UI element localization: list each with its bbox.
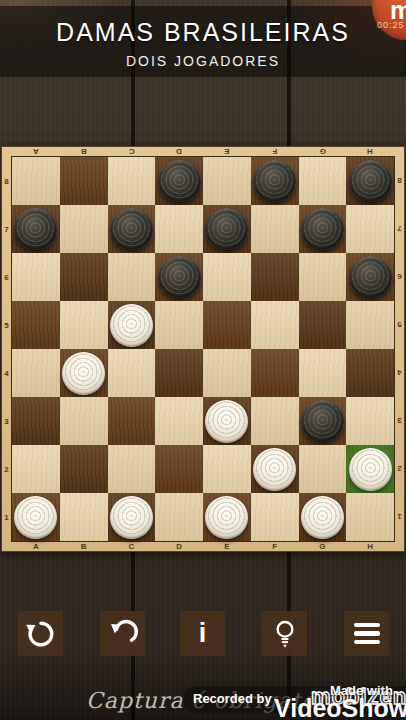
rank-label-3: 3 — [395, 397, 404, 445]
square-B6[interactable] — [60, 253, 108, 301]
square-D6[interactable] — [155, 253, 203, 301]
white-piece-B4[interactable] — [62, 352, 105, 395]
rank-label-5: 5 — [395, 301, 404, 349]
square-C2[interactable] — [108, 445, 156, 493]
file-label-H: H — [346, 147, 394, 156]
black-piece-G3[interactable] — [301, 400, 344, 443]
rank-label-8: 8 — [395, 157, 404, 205]
square-A6[interactable] — [12, 253, 60, 301]
rank-label-7: 7 — [2, 205, 11, 253]
square-H2[interactable] — [346, 445, 394, 493]
file-label-F: F — [251, 147, 299, 156]
square-H7[interactable] — [346, 205, 394, 253]
square-E1[interactable] — [203, 493, 251, 541]
square-D5[interactable] — [155, 301, 203, 349]
undo-icon — [106, 617, 140, 651]
black-piece-G7[interactable] — [301, 208, 344, 251]
square-D3[interactable] — [155, 397, 203, 445]
square-F6[interactable] — [251, 253, 299, 301]
file-label-D: D — [155, 542, 203, 551]
square-C7[interactable] — [108, 205, 156, 253]
square-B3[interactable] — [60, 397, 108, 445]
square-E4[interactable] — [203, 349, 251, 397]
info-icon: i — [199, 620, 207, 647]
file-label-E: E — [203, 542, 251, 551]
square-G8[interactable] — [299, 157, 347, 205]
black-piece-F8[interactable] — [253, 160, 296, 203]
rank-label-6: 6 — [2, 253, 11, 301]
header-bar: DAMAS BRASILEIRAS DOIS JOGADORES — [0, 6, 406, 77]
recorded-by-watermark: Recorded by — [193, 691, 272, 706]
rank-labels-left: 87654321 — [2, 157, 11, 541]
page-title: DAMAS BRASILEIRAS — [0, 18, 406, 47]
app-screen: DAMAS BRASILEIRAS DOIS JOGADORES m 00:25… — [0, 0, 406, 720]
black-piece-H8[interactable] — [349, 160, 392, 203]
recording-timer: 00:25 — [377, 20, 405, 30]
rank-labels-right: 87654321 — [395, 157, 404, 541]
square-E8[interactable] — [203, 157, 251, 205]
square-D4[interactable] — [155, 349, 203, 397]
square-H1[interactable] — [346, 493, 394, 541]
square-C6[interactable] — [108, 253, 156, 301]
square-C3[interactable] — [108, 397, 156, 445]
restart-icon — [24, 617, 58, 651]
square-H3[interactable] — [346, 397, 394, 445]
square-B2[interactable] — [60, 445, 108, 493]
square-F3[interactable] — [251, 397, 299, 445]
file-label-B: B — [60, 147, 108, 156]
white-piece-E1[interactable] — [205, 496, 248, 539]
square-A1[interactable] — [12, 493, 60, 541]
square-C4[interactable] — [108, 349, 156, 397]
square-A2[interactable] — [12, 445, 60, 493]
square-G4[interactable] — [299, 349, 347, 397]
square-E6[interactable] — [203, 253, 251, 301]
file-label-H: H — [346, 542, 394, 551]
rank-label-1: 1 — [2, 493, 11, 541]
black-piece-H6[interactable] — [349, 256, 392, 299]
square-D2[interactable] — [155, 445, 203, 493]
square-B4[interactable] — [60, 349, 108, 397]
square-F7[interactable] — [251, 205, 299, 253]
square-F1[interactable] — [251, 493, 299, 541]
black-piece-A7[interactable] — [14, 208, 57, 251]
square-D7[interactable] — [155, 205, 203, 253]
board-grid — [11, 156, 395, 542]
black-piece-C7[interactable] — [110, 208, 153, 251]
rank-label-4: 4 — [395, 349, 404, 397]
white-piece-G1[interactable] — [301, 496, 344, 539]
square-B1[interactable] — [60, 493, 108, 541]
square-G7[interactable] — [299, 205, 347, 253]
square-G2[interactable] — [299, 445, 347, 493]
square-G1[interactable] — [299, 493, 347, 541]
file-label-A: A — [12, 542, 60, 551]
white-piece-E3[interactable] — [205, 400, 248, 443]
rank-label-7: 7 — [395, 205, 404, 253]
white-piece-H2[interactable] — [349, 448, 392, 491]
file-label-G: G — [299, 542, 347, 551]
square-G6[interactable] — [299, 253, 347, 301]
square-F5[interactable] — [251, 301, 299, 349]
square-D1[interactable] — [155, 493, 203, 541]
page-subtitle: DOIS JOGADORES — [0, 53, 406, 69]
videoshow-watermark: VideoShow — [274, 694, 406, 720]
black-piece-D6[interactable] — [158, 256, 201, 299]
file-label-F: F — [251, 542, 299, 551]
hint-bulb-icon — [268, 617, 302, 651]
square-C1[interactable] — [108, 493, 156, 541]
square-A5[interactable] — [12, 301, 60, 349]
file-label-C: C — [108, 542, 156, 551]
square-E5[interactable] — [203, 301, 251, 349]
square-E3[interactable] — [203, 397, 251, 445]
file-label-B: B — [60, 542, 108, 551]
square-B8[interactable] — [60, 157, 108, 205]
square-A3[interactable] — [12, 397, 60, 445]
square-A7[interactable] — [12, 205, 60, 253]
square-F2[interactable] — [251, 445, 299, 493]
rank-label-6: 6 — [395, 253, 404, 301]
file-labels-top: ABCDEFGH — [12, 147, 394, 156]
white-piece-C5[interactable] — [110, 304, 153, 347]
square-D8[interactable] — [155, 157, 203, 205]
square-F8[interactable] — [251, 157, 299, 205]
white-piece-A1[interactable] — [14, 496, 57, 539]
rank-label-4: 4 — [2, 349, 11, 397]
square-B7[interactable] — [60, 205, 108, 253]
rank-label-2: 2 — [2, 445, 11, 493]
file-label-D: D — [155, 147, 203, 156]
rank-label-8: 8 — [2, 157, 11, 205]
square-H6[interactable] — [346, 253, 394, 301]
file-label-C: C — [108, 147, 156, 156]
square-H8[interactable] — [346, 157, 394, 205]
square-A4[interactable] — [12, 349, 60, 397]
white-piece-C1[interactable] — [110, 496, 153, 539]
black-piece-D8[interactable] — [158, 160, 201, 203]
black-piece-E7[interactable] — [205, 208, 248, 251]
file-label-A: A — [12, 147, 60, 156]
rank-label-3: 3 — [2, 397, 11, 445]
square-H5[interactable] — [346, 301, 394, 349]
square-A8[interactable] — [12, 157, 60, 205]
board-frame: ABCDEFGH ABCDEFGH 87654321 87654321 — [1, 146, 405, 552]
file-label-G: G — [299, 147, 347, 156]
square-C5[interactable] — [108, 301, 156, 349]
file-labels-bottom: ABCDEFGH — [12, 542, 394, 551]
square-G5[interactable] — [299, 301, 347, 349]
rank-label-1: 1 — [395, 493, 404, 541]
square-G3[interactable] — [299, 397, 347, 445]
rank-label-2: 2 — [395, 445, 404, 493]
square-C8[interactable] — [108, 157, 156, 205]
square-F4[interactable] — [251, 349, 299, 397]
square-E2[interactable] — [203, 445, 251, 493]
square-E7[interactable] — [203, 205, 251, 253]
menu-icon — [354, 623, 380, 645]
rank-label-5: 5 — [2, 301, 11, 349]
file-label-E: E — [203, 147, 251, 156]
square-H4[interactable] — [346, 349, 394, 397]
square-B5[interactable] — [60, 301, 108, 349]
white-piece-F2[interactable] — [253, 448, 296, 491]
